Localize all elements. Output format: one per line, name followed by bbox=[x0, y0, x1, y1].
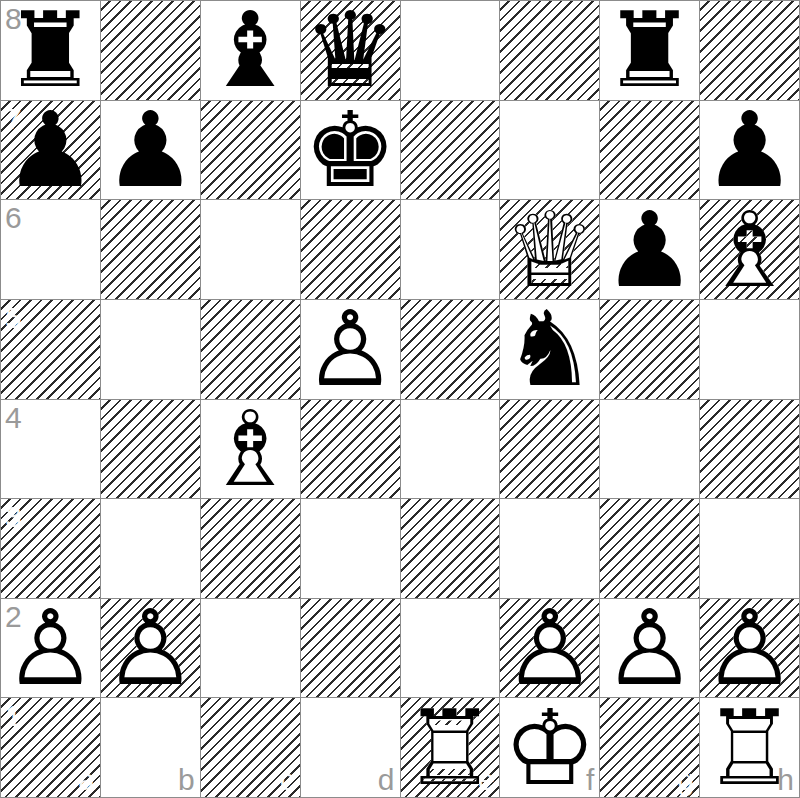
file-label-c: c bbox=[280, 765, 295, 795]
square-c3[interactable] bbox=[201, 499, 300, 598]
piece-black-pawn: ♟ bbox=[700, 101, 799, 200]
square-a5[interactable]: 5 bbox=[1, 300, 100, 399]
square-h2[interactable]: ♟♙ bbox=[700, 599, 799, 698]
square-f7[interactable] bbox=[500, 101, 599, 200]
black-king-glyph: ♚ bbox=[303, 101, 396, 199]
square-h6[interactable]: ♝♗ bbox=[700, 200, 799, 299]
rank-label-5: 5 bbox=[5, 303, 22, 333]
square-a2[interactable]: 2♟♙ bbox=[1, 599, 100, 698]
square-d2[interactable] bbox=[301, 599, 400, 698]
square-e6[interactable] bbox=[401, 200, 500, 299]
white-pawn-glyph: ♙ bbox=[703, 599, 796, 697]
square-h5[interactable] bbox=[700, 300, 799, 399]
square-c8[interactable]: ♝ bbox=[201, 1, 300, 100]
square-h8[interactable] bbox=[700, 1, 799, 100]
square-b1[interactable]: b bbox=[101, 698, 200, 797]
file-label-g: g bbox=[677, 765, 694, 795]
square-e3[interactable] bbox=[401, 499, 500, 598]
square-d5[interactable]: ♟♙ bbox=[301, 300, 400, 399]
chess-board: 8♜♝♛♜7♟♟♚♟6♛♕♟♝♗5♟♙♞4♝♗32♟♙♟♙♟♙♟♙♟♙1abcd… bbox=[0, 0, 800, 798]
rank-label-6: 6 bbox=[5, 203, 22, 233]
square-c4[interactable]: ♝♗ bbox=[201, 400, 300, 499]
square-b6[interactable] bbox=[101, 200, 200, 299]
rank-label-4: 4 bbox=[5, 403, 22, 433]
square-c6[interactable] bbox=[201, 200, 300, 299]
square-a7[interactable]: 7♟ bbox=[1, 101, 100, 200]
piece-white-bishop: ♝♗ bbox=[700, 200, 799, 299]
square-f3[interactable] bbox=[500, 499, 599, 598]
piece-black-pawn: ♟ bbox=[101, 101, 200, 200]
piece-black-rook: ♜ bbox=[600, 1, 699, 100]
rank-label-1: 1 bbox=[5, 701, 22, 731]
black-pawn-glyph: ♟ bbox=[603, 201, 696, 299]
square-b2[interactable]: ♟♙ bbox=[101, 599, 200, 698]
square-g8[interactable]: ♜ bbox=[600, 1, 699, 100]
square-a3[interactable]: 3 bbox=[1, 499, 100, 598]
square-a6[interactable]: 6 bbox=[1, 200, 100, 299]
square-b8[interactable] bbox=[101, 1, 200, 100]
square-d7[interactable]: ♚ bbox=[301, 101, 400, 200]
square-e5[interactable] bbox=[401, 300, 500, 399]
piece-white-pawn: ♟♙ bbox=[301, 300, 400, 399]
white-pawn-glyph: ♙ bbox=[603, 599, 696, 697]
square-f1[interactable]: f♚♔ bbox=[500, 698, 599, 797]
square-d1[interactable]: d bbox=[301, 698, 400, 797]
piece-white-pawn: ♟♙ bbox=[500, 599, 599, 698]
piece-black-rook: ♜ bbox=[1, 1, 100, 100]
piece-white-pawn: ♟♙ bbox=[1, 599, 100, 698]
square-h7[interactable]: ♟ bbox=[700, 101, 799, 200]
square-d6[interactable] bbox=[301, 200, 400, 299]
white-queen-glyph: ♕ bbox=[503, 201, 596, 299]
square-a8[interactable]: 8♜ bbox=[1, 1, 100, 100]
square-g6[interactable]: ♟ bbox=[600, 200, 699, 299]
square-b5[interactable] bbox=[101, 300, 200, 399]
white-pawn-glyph: ♙ bbox=[4, 599, 97, 697]
square-e7[interactable] bbox=[401, 101, 500, 200]
square-f8[interactable] bbox=[500, 1, 599, 100]
piece-black-pawn: ♟ bbox=[600, 200, 699, 299]
piece-white-rook: ♜♖ bbox=[700, 698, 799, 797]
white-bishop-glyph: ♗ bbox=[703, 201, 796, 299]
square-c2[interactable] bbox=[201, 599, 300, 698]
square-b4[interactable] bbox=[101, 400, 200, 499]
piece-white-pawn: ♟♙ bbox=[600, 599, 699, 698]
square-b3[interactable] bbox=[101, 499, 200, 598]
square-f6[interactable]: ♛♕ bbox=[500, 200, 599, 299]
square-c5[interactable] bbox=[201, 300, 300, 399]
piece-black-queen: ♛ bbox=[301, 1, 400, 100]
square-d3[interactable] bbox=[301, 499, 400, 598]
square-f4[interactable] bbox=[500, 400, 599, 499]
piece-white-pawn: ♟♙ bbox=[101, 599, 200, 698]
square-g3[interactable] bbox=[600, 499, 699, 598]
square-g4[interactable] bbox=[600, 400, 699, 499]
file-label-a: a bbox=[78, 765, 95, 795]
square-d4[interactable] bbox=[301, 400, 400, 499]
square-h4[interactable] bbox=[700, 400, 799, 499]
file-label-d: d bbox=[378, 765, 395, 795]
square-a1[interactable]: 1a bbox=[1, 698, 100, 797]
piece-black-knight: ♞ bbox=[500, 300, 599, 399]
piece-white-rook: ♜♖ bbox=[401, 698, 500, 797]
white-bishop-glyph: ♗ bbox=[204, 400, 297, 498]
white-pawn-glyph: ♙ bbox=[104, 599, 197, 697]
square-g7[interactable] bbox=[600, 101, 699, 200]
black-pawn-glyph: ♟ bbox=[703, 101, 796, 199]
square-f5[interactable]: ♞ bbox=[500, 300, 599, 399]
black-knight-glyph: ♞ bbox=[503, 300, 596, 398]
black-pawn-glyph: ♟ bbox=[104, 101, 197, 199]
file-label-b: b bbox=[178, 765, 195, 795]
square-e8[interactable] bbox=[401, 1, 500, 100]
square-f2[interactable]: ♟♙ bbox=[500, 599, 599, 698]
black-queen-glyph: ♛ bbox=[303, 1, 396, 99]
white-pawn-glyph: ♙ bbox=[303, 300, 396, 398]
square-c7[interactable] bbox=[201, 101, 300, 200]
white-pawn-glyph: ♙ bbox=[503, 599, 596, 697]
square-e1[interactable]: e♜♖ bbox=[401, 698, 500, 797]
black-rook-glyph: ♜ bbox=[603, 1, 696, 99]
white-rook-glyph: ♖ bbox=[703, 699, 796, 797]
square-e4[interactable] bbox=[401, 400, 500, 499]
square-h1[interactable]: h♜♖ bbox=[700, 698, 799, 797]
square-e2[interactable] bbox=[401, 599, 500, 698]
white-king-glyph: ♔ bbox=[503, 699, 596, 797]
square-a4[interactable]: 4 bbox=[1, 400, 100, 499]
black-pawn-glyph: ♟ bbox=[4, 101, 97, 199]
piece-white-king: ♚♔ bbox=[500, 698, 599, 797]
square-c1[interactable]: c bbox=[201, 698, 300, 797]
black-bishop-glyph: ♝ bbox=[204, 1, 297, 99]
square-g1[interactable]: g bbox=[600, 698, 699, 797]
square-d8[interactable]: ♛ bbox=[301, 1, 400, 100]
black-rook-glyph: ♜ bbox=[4, 1, 97, 99]
white-rook-glyph: ♖ bbox=[403, 699, 496, 797]
square-b7[interactable]: ♟ bbox=[101, 101, 200, 200]
square-h3[interactable] bbox=[700, 499, 799, 598]
square-g5[interactable] bbox=[600, 300, 699, 399]
piece-black-pawn: ♟ bbox=[1, 101, 100, 200]
piece-black-bishop: ♝ bbox=[201, 1, 300, 100]
square-g2[interactable]: ♟♙ bbox=[600, 599, 699, 698]
piece-white-bishop: ♝♗ bbox=[201, 400, 300, 499]
piece-white-queen: ♛♕ bbox=[500, 200, 599, 299]
rank-label-3: 3 bbox=[5, 502, 22, 532]
piece-white-pawn: ♟♙ bbox=[700, 599, 799, 698]
piece-black-king: ♚ bbox=[301, 101, 400, 200]
